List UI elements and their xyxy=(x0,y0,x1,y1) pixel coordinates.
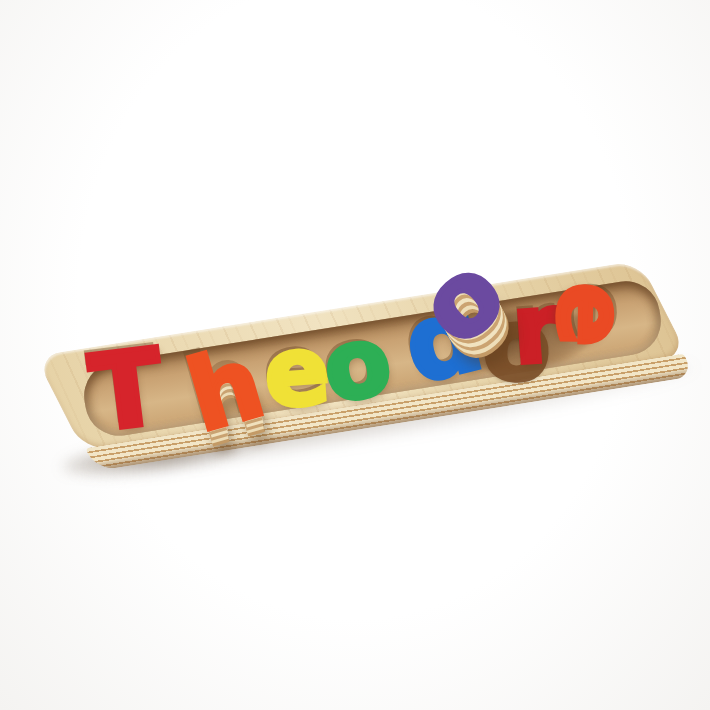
puzzle-scene: T h e o d o r e o xyxy=(70,199,710,523)
product-photo-stage: T h e o d o r e o xyxy=(0,0,710,710)
puzzle-piece-e-orange[interactable]: e xyxy=(544,282,639,347)
puzzle-piece-T[interactable]: T xyxy=(85,334,168,446)
